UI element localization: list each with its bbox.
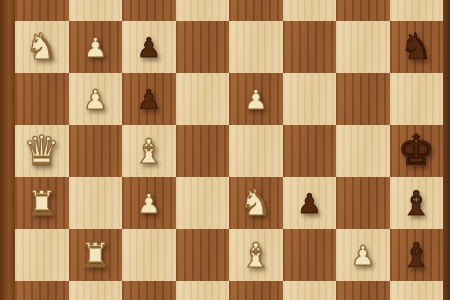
square-g1[interactable] <box>336 281 390 300</box>
black-king[interactable]: ♚ <box>390 125 444 177</box>
square-g4[interactable] <box>336 125 390 177</box>
chessboard-photo: ♞♟♟♞♟♟♟♛♝♚♜♟♞♟♝♜♝♟♝ <box>0 0 450 300</box>
square-d3[interactable] <box>176 177 230 229</box>
black-pawn[interactable]: ♟ <box>122 73 176 125</box>
square-f6[interactable] <box>283 21 337 73</box>
square-a5[interactable] <box>15 73 69 125</box>
white-rook[interactable]: ♜ <box>15 177 69 229</box>
square-e1[interactable] <box>229 281 283 300</box>
square-a6[interactable]: ♞ <box>15 21 69 73</box>
square-f7[interactable] <box>283 0 337 21</box>
square-b3[interactable] <box>69 177 123 229</box>
black-bishop[interactable]: ♝ <box>390 177 444 229</box>
square-h6[interactable]: ♞ <box>390 21 444 73</box>
square-h5[interactable] <box>390 73 444 125</box>
square-e6[interactable] <box>229 21 283 73</box>
white-knight[interactable]: ♞ <box>15 21 69 73</box>
white-rook[interactable]: ♜ <box>69 229 123 281</box>
white-bishop[interactable]: ♝ <box>229 229 283 281</box>
square-h3[interactable]: ♝ <box>390 177 444 229</box>
square-d5[interactable] <box>176 73 230 125</box>
square-d2[interactable] <box>176 229 230 281</box>
square-b5[interactable]: ♟ <box>69 73 123 125</box>
black-pawn[interactable]: ♟ <box>122 21 176 73</box>
square-f4[interactable] <box>283 125 337 177</box>
square-c5[interactable]: ♟ <box>122 73 176 125</box>
square-f2[interactable] <box>283 229 337 281</box>
square-g6[interactable] <box>336 21 390 73</box>
white-knight[interactable]: ♞ <box>229 177 283 229</box>
square-e3[interactable]: ♞ <box>229 177 283 229</box>
square-g7[interactable] <box>336 0 390 21</box>
black-bishop[interactable]: ♝ <box>390 229 444 281</box>
square-h1[interactable] <box>390 281 444 300</box>
black-pawn[interactable]: ♟ <box>283 177 337 229</box>
square-d1[interactable] <box>176 281 230 300</box>
square-a1[interactable] <box>15 281 69 300</box>
board-frame-right <box>443 0 450 300</box>
white-pawn[interactable]: ♟ <box>122 177 176 229</box>
square-b6[interactable]: ♟ <box>69 21 123 73</box>
square-h4[interactable]: ♚ <box>390 125 444 177</box>
board-frame-left <box>0 0 15 300</box>
square-a7[interactable] <box>15 0 69 21</box>
white-pawn[interactable]: ♟ <box>229 73 283 125</box>
square-f1[interactable] <box>283 281 337 300</box>
square-a2[interactable] <box>15 229 69 281</box>
square-g3[interactable] <box>336 177 390 229</box>
square-b4[interactable] <box>69 125 123 177</box>
square-f5[interactable] <box>283 73 337 125</box>
square-a3[interactable]: ♜ <box>15 177 69 229</box>
square-d6[interactable] <box>176 21 230 73</box>
square-d7[interactable] <box>176 0 230 21</box>
square-e4[interactable] <box>229 125 283 177</box>
white-queen[interactable]: ♛ <box>15 125 69 177</box>
chess-board: ♞♟♟♞♟♟♟♛♝♚♜♟♞♟♝♜♝♟♝ <box>15 0 443 300</box>
square-c6[interactable]: ♟ <box>122 21 176 73</box>
white-pawn[interactable]: ♟ <box>69 21 123 73</box>
square-g2[interactable]: ♟ <box>336 229 390 281</box>
square-h2[interactable]: ♝ <box>390 229 444 281</box>
square-c7[interactable] <box>122 0 176 21</box>
square-g5[interactable] <box>336 73 390 125</box>
square-f3[interactable]: ♟ <box>283 177 337 229</box>
square-b7[interactable] <box>69 0 123 21</box>
white-pawn[interactable]: ♟ <box>69 73 123 125</box>
square-d4[interactable] <box>176 125 230 177</box>
white-bishop[interactable]: ♝ <box>122 125 176 177</box>
square-c2[interactable] <box>122 229 176 281</box>
square-c4[interactable]: ♝ <box>122 125 176 177</box>
square-a4[interactable]: ♛ <box>15 125 69 177</box>
square-e2[interactable]: ♝ <box>229 229 283 281</box>
square-c3[interactable]: ♟ <box>122 177 176 229</box>
square-b1[interactable] <box>69 281 123 300</box>
black-knight[interactable]: ♞ <box>390 21 444 73</box>
square-c1[interactable] <box>122 281 176 300</box>
white-pawn[interactable]: ♟ <box>336 229 390 281</box>
square-b2[interactable]: ♜ <box>69 229 123 281</box>
square-e5[interactable]: ♟ <box>229 73 283 125</box>
square-h7[interactable] <box>390 0 444 21</box>
square-e7[interactable] <box>229 0 283 21</box>
